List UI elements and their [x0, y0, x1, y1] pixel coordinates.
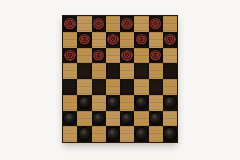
light-square-r4c3 [92, 63, 106, 79]
square-26[interactable] [92, 111, 106, 127]
black-piece[interactable] [164, 97, 176, 109]
light-square-r2c5 [120, 32, 134, 48]
light-square-r4c5 [120, 63, 134, 79]
light-square-r5c2 [77, 79, 91, 95]
square-11[interactable] [120, 48, 134, 64]
light-square-r3c4 [106, 48, 120, 64]
square-9[interactable] [63, 48, 77, 64]
black-piece[interactable] [64, 113, 76, 125]
black-piece[interactable] [79, 97, 91, 109]
photo-stage [0, 0, 240, 160]
square-18[interactable] [92, 79, 106, 95]
black-piece[interactable] [107, 128, 119, 140]
square-23[interactable] [134, 95, 148, 111]
light-square-r4c7 [149, 63, 163, 79]
square-3[interactable] [120, 16, 134, 32]
square-25[interactable] [63, 111, 77, 127]
light-square-r1c4 [106, 16, 120, 32]
light-square-r5c6 [134, 79, 148, 95]
square-14[interactable] [106, 63, 120, 79]
square-6[interactable] [106, 32, 120, 48]
square-12[interactable] [149, 48, 163, 64]
light-square-r1c2 [77, 16, 91, 32]
light-square-r2c7 [149, 32, 163, 48]
square-2[interactable] [92, 16, 106, 32]
square-27[interactable] [120, 111, 134, 127]
light-square-r3c6 [134, 48, 148, 64]
red-piece[interactable] [150, 50, 162, 62]
light-square-r7c2 [77, 111, 91, 127]
light-square-r8c5 [120, 126, 134, 142]
black-piece[interactable] [136, 128, 148, 140]
red-piece[interactable] [150, 18, 162, 30]
light-square-r8c3 [92, 126, 106, 142]
square-31[interactable] [134, 126, 148, 142]
light-square-r2c1 [63, 32, 77, 48]
black-piece[interactable] [79, 128, 91, 140]
square-30[interactable] [106, 126, 120, 142]
square-20[interactable] [149, 79, 163, 95]
black-piece[interactable] [164, 128, 176, 140]
red-piece[interactable] [164, 34, 176, 46]
checkers-board [62, 15, 178, 143]
square-19[interactable] [120, 79, 134, 95]
square-32[interactable] [163, 126, 177, 142]
light-square-r7c4 [106, 111, 120, 127]
light-square-r6c5 [120, 95, 134, 111]
square-29[interactable] [77, 126, 91, 142]
red-piece[interactable] [93, 18, 105, 30]
red-piece[interactable] [64, 18, 76, 30]
black-piece[interactable] [150, 113, 162, 125]
black-piece[interactable] [93, 113, 105, 125]
red-piece[interactable] [121, 18, 133, 30]
light-square-r4c1 [63, 63, 77, 79]
square-15[interactable] [134, 63, 148, 79]
light-square-r8c7 [149, 126, 163, 142]
square-7[interactable] [134, 32, 148, 48]
square-17[interactable] [63, 79, 77, 95]
light-square-r7c6 [134, 111, 148, 127]
red-piece[interactable] [79, 34, 91, 46]
red-piece[interactable] [121, 50, 133, 62]
black-piece[interactable] [107, 97, 119, 109]
square-22[interactable] [106, 95, 120, 111]
square-21[interactable] [77, 95, 91, 111]
square-8[interactable] [163, 32, 177, 48]
light-square-r6c3 [92, 95, 106, 111]
light-square-r5c4 [106, 79, 120, 95]
square-28[interactable] [149, 111, 163, 127]
light-square-r1c6 [134, 16, 148, 32]
light-square-r6c1 [63, 95, 77, 111]
light-square-r2c3 [92, 32, 106, 48]
light-square-r1c8 [163, 16, 177, 32]
light-square-r7c8 [163, 111, 177, 127]
square-5[interactable] [77, 32, 91, 48]
light-square-r8c1 [63, 126, 77, 142]
square-1[interactable] [63, 16, 77, 32]
red-piece[interactable] [107, 34, 119, 46]
square-16[interactable] [163, 63, 177, 79]
light-square-r6c7 [149, 95, 163, 111]
red-piece[interactable] [64, 50, 76, 62]
square-24[interactable] [163, 95, 177, 111]
red-piece[interactable] [136, 34, 148, 46]
black-piece[interactable] [136, 97, 148, 109]
black-piece[interactable] [121, 113, 133, 125]
light-square-r3c2 [77, 48, 91, 64]
red-piece[interactable] [93, 50, 105, 62]
light-square-r3c8 [163, 48, 177, 64]
light-square-r5c8 [163, 79, 177, 95]
square-4[interactable] [149, 16, 163, 32]
square-13[interactable] [77, 63, 91, 79]
square-10[interactable] [92, 48, 106, 64]
